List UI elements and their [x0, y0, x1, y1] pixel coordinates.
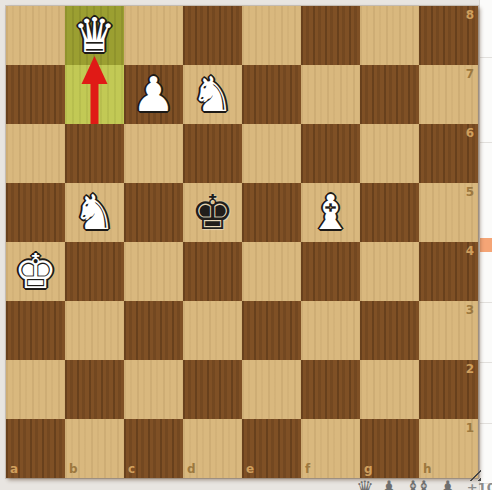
square-a4[interactable]: ♚ [6, 242, 65, 301]
square-g1[interactable]: g [360, 419, 419, 478]
square-b1[interactable]: b [65, 419, 124, 478]
square-b3[interactable] [65, 301, 124, 360]
file-label-d: d [187, 462, 196, 476]
square-h7[interactable]: 7 [419, 65, 478, 124]
panel-row-divider [480, 302, 492, 303]
file-label-a: a [10, 462, 18, 476]
square-d6[interactable] [183, 124, 242, 183]
square-a7[interactable] [6, 65, 65, 124]
square-h2[interactable]: 2 [419, 360, 478, 419]
rank-label-1: 1 [466, 421, 474, 435]
square-a3[interactable] [6, 301, 65, 360]
square-d1[interactable]: d [183, 419, 242, 478]
board-grid[interactable]: ♛8♟♞76♞♚♝5♚432abcdefg1h [6, 6, 478, 478]
square-f6[interactable] [301, 124, 360, 183]
piece-black-king[interactable]: ♚ [183, 183, 242, 242]
square-g7[interactable] [360, 65, 419, 124]
square-c2[interactable] [124, 360, 183, 419]
square-f3[interactable] [301, 301, 360, 360]
panel-row-divider [480, 362, 492, 363]
square-e1[interactable]: e [242, 419, 301, 478]
square-a6[interactable] [6, 124, 65, 183]
square-e3[interactable] [242, 301, 301, 360]
piece-white-pawn[interactable]: ♟ [124, 65, 183, 124]
captured-pawn-icon: ♟ [380, 477, 398, 490]
piece-white-knight[interactable]: ♞ [183, 65, 242, 124]
panel-row-divider [480, 423, 492, 424]
square-h8[interactable]: 8 [419, 6, 478, 65]
file-label-b: b [69, 462, 78, 476]
square-c6[interactable] [124, 124, 183, 183]
square-h4[interactable]: 4 [419, 242, 478, 301]
square-f4[interactable] [301, 242, 360, 301]
square-e8[interactable] [242, 6, 301, 65]
square-e2[interactable] [242, 360, 301, 419]
square-h5[interactable]: 5 [419, 183, 478, 242]
square-b6[interactable] [65, 124, 124, 183]
square-c8[interactable] [124, 6, 183, 65]
captured-pawn-icon: ♟ [439, 477, 457, 490]
square-c5[interactable] [124, 183, 183, 242]
square-d2[interactable] [183, 360, 242, 419]
square-f8[interactable] [301, 6, 360, 65]
chess-app-page: ♛8♟♞76♞♚♝5♚432abcdefg1h ♛ ♟ ♝ ♝ ♟ +10 [0, 0, 492, 490]
square-b7[interactable] [65, 65, 124, 124]
rank-label-3: 3 [466, 303, 474, 317]
square-g3[interactable] [360, 301, 419, 360]
square-c1[interactable]: c [124, 419, 183, 478]
square-b2[interactable] [65, 360, 124, 419]
square-f5[interactable]: ♝ [301, 183, 360, 242]
rank-label-5: 5 [466, 185, 474, 199]
piece-white-bishop[interactable]: ♝ [301, 183, 360, 242]
rank-label-4: 4 [466, 244, 474, 258]
current-move-highlight[interactable] [480, 238, 492, 252]
square-f2[interactable] [301, 360, 360, 419]
square-d3[interactable] [183, 301, 242, 360]
file-label-g: g [364, 462, 373, 476]
square-f7[interactable] [301, 65, 360, 124]
square-g2[interactable] [360, 360, 419, 419]
piece-white-king[interactable]: ♚ [6, 242, 65, 301]
square-c7[interactable]: ♟ [124, 65, 183, 124]
panel-row-divider [480, 57, 492, 58]
square-g6[interactable] [360, 124, 419, 183]
square-b8[interactable]: ♛ [65, 6, 124, 65]
square-b5[interactable]: ♞ [65, 183, 124, 242]
square-h6[interactable]: 6 [419, 124, 478, 183]
rank-label-7: 7 [466, 67, 474, 81]
square-e7[interactable] [242, 65, 301, 124]
square-a5[interactable] [6, 183, 65, 242]
file-label-e: e [246, 462, 254, 476]
rank-label-8: 8 [466, 8, 474, 22]
square-d4[interactable] [183, 242, 242, 301]
square-d8[interactable] [183, 6, 242, 65]
square-g4[interactable] [360, 242, 419, 301]
chess-board[interactable]: ♛8♟♞76♞♚♝5♚432abcdefg1h [6, 6, 478, 478]
square-b4[interactable] [65, 242, 124, 301]
panel-row-divider [480, 142, 492, 143]
square-g8[interactable] [360, 6, 419, 65]
file-label-f: f [305, 462, 310, 476]
square-d7[interactable]: ♞ [183, 65, 242, 124]
square-a2[interactable] [6, 360, 65, 419]
square-e5[interactable] [242, 183, 301, 242]
move-list-panel-sliver[interactable] [479, 0, 492, 490]
file-label-c: c [128, 462, 135, 476]
file-label-h: h [423, 462, 432, 476]
square-a8[interactable] [6, 6, 65, 65]
material-score: +10 [467, 480, 492, 490]
piece-white-queen[interactable]: ♛ [65, 6, 124, 65]
square-d5[interactable]: ♚ [183, 183, 242, 242]
square-c3[interactable] [124, 301, 183, 360]
piece-white-knight[interactable]: ♞ [65, 183, 124, 242]
square-e4[interactable] [242, 242, 301, 301]
square-f1[interactable]: f [301, 419, 360, 478]
rank-label-2: 2 [466, 362, 474, 376]
square-g5[interactable] [360, 183, 419, 242]
square-c4[interactable] [124, 242, 183, 301]
captured-bishop-icon: ♝ [415, 477, 433, 490]
square-h3[interactable]: 3 [419, 301, 478, 360]
rank-label-6: 6 [466, 126, 474, 140]
captured-queen-icon: ♛ [356, 477, 374, 490]
square-a1[interactable]: a [6, 419, 65, 478]
square-e6[interactable] [242, 124, 301, 183]
square-h1[interactable]: 1h [419, 419, 478, 478]
